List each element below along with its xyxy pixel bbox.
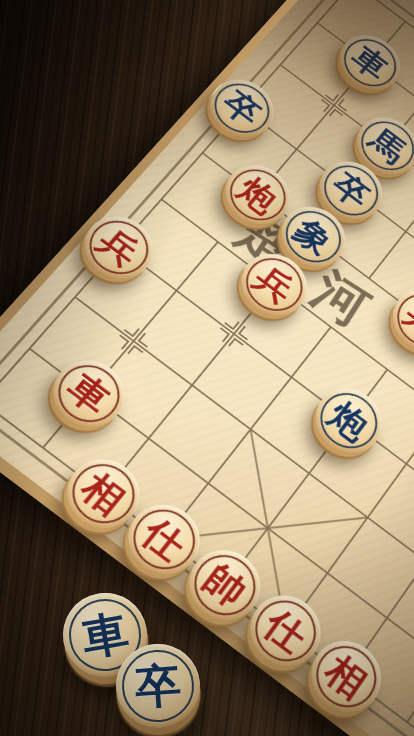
captured-piece-black-soldier: 卒 — [113, 641, 203, 731]
game-screen: 楚 河 漢 界 車馬卒卒炮象兵兵兵炮車相仕帥仕相 車 卒 — [0, 0, 414, 736]
piece-character: 卒 — [113, 641, 203, 731]
